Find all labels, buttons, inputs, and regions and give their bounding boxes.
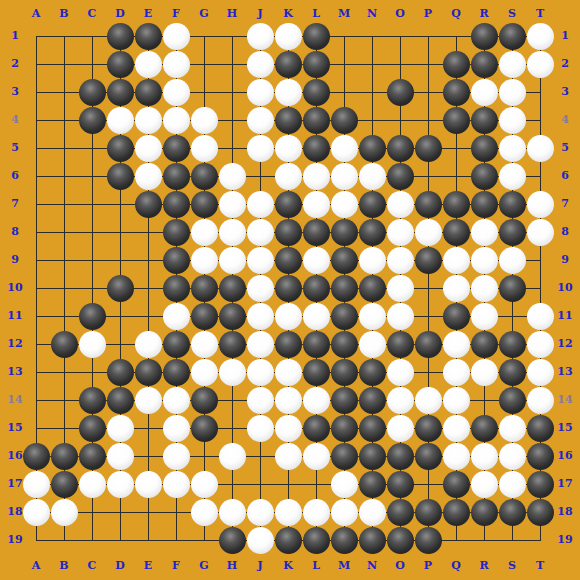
white-stone-F15[interactable]	[163, 415, 190, 442]
white-stone-H6[interactable]	[219, 163, 246, 190]
white-stone-K16[interactable]	[275, 443, 302, 470]
black-stone-S1[interactable]	[499, 23, 526, 50]
white-stone-E5[interactable]	[135, 135, 162, 162]
row-label-right-16: 16	[554, 449, 576, 463]
black-stone-E3[interactable]	[135, 79, 162, 106]
black-stone-N14[interactable]	[359, 387, 386, 414]
column-label-bottom-C: C	[81, 559, 103, 573]
black-stone-F8[interactable]	[163, 219, 190, 246]
white-stone-F14[interactable]	[163, 387, 190, 414]
black-stone-P16[interactable]	[415, 443, 442, 470]
black-stone-D13[interactable]	[107, 359, 134, 386]
white-stone-J19[interactable]	[247, 527, 274, 554]
row-label-left-12: 12	[4, 337, 26, 351]
column-label-top-A: A	[25, 7, 47, 21]
white-stone-D15[interactable]	[107, 415, 134, 442]
white-stone-E2[interactable]	[135, 51, 162, 78]
white-stone-H7[interactable]	[219, 191, 246, 218]
black-stone-K8[interactable]	[275, 219, 302, 246]
row-label-right-12: 12	[554, 337, 576, 351]
black-stone-P19[interactable]	[415, 527, 442, 554]
black-stone-Q18[interactable]	[443, 499, 470, 526]
black-stone-Q4[interactable]	[443, 107, 470, 134]
white-stone-O8[interactable]	[387, 219, 414, 246]
black-stone-Q17[interactable]	[443, 471, 470, 498]
black-stone-L2[interactable]	[303, 51, 330, 78]
row-label-left-9: 9	[4, 253, 26, 267]
black-stone-L4[interactable]	[303, 107, 330, 134]
row-label-right-9: 9	[554, 253, 576, 267]
column-label-top-G: G	[193, 7, 215, 21]
black-stone-F10[interactable]	[163, 275, 190, 302]
row-label-left-8: 8	[4, 225, 26, 239]
white-stone-R3[interactable]	[471, 79, 498, 106]
white-stone-O11[interactable]	[387, 303, 414, 330]
black-stone-E1[interactable]	[135, 23, 162, 50]
white-stone-T7[interactable]	[527, 191, 554, 218]
black-stone-M16[interactable]	[331, 443, 358, 470]
black-stone-M15[interactable]	[331, 415, 358, 442]
black-stone-D10[interactable]	[107, 275, 134, 302]
white-stone-G13[interactable]	[191, 359, 218, 386]
black-stone-D14[interactable]	[107, 387, 134, 414]
white-stone-E14[interactable]	[135, 387, 162, 414]
black-stone-L19[interactable]	[303, 527, 330, 554]
row-label-right-8: 8	[554, 225, 576, 239]
black-stone-O3[interactable]	[387, 79, 414, 106]
black-stone-M11[interactable]	[331, 303, 358, 330]
black-stone-R15[interactable]	[471, 415, 498, 442]
black-stone-P18[interactable]	[415, 499, 442, 526]
white-stone-D16[interactable]	[107, 443, 134, 470]
row-label-right-7: 7	[554, 197, 576, 211]
row-label-left-2: 2	[4, 57, 26, 71]
black-stone-K10[interactable]	[275, 275, 302, 302]
black-stone-T18[interactable]	[527, 499, 554, 526]
black-stone-M14[interactable]	[331, 387, 358, 414]
white-stone-R17[interactable]	[471, 471, 498, 498]
black-stone-N17[interactable]	[359, 471, 386, 498]
white-stone-R8[interactable]	[471, 219, 498, 246]
row-label-left-11: 11	[4, 309, 26, 323]
white-stone-T12[interactable]	[527, 331, 554, 358]
white-stone-G17[interactable]	[191, 471, 218, 498]
black-stone-D2[interactable]	[107, 51, 134, 78]
white-stone-M5[interactable]	[331, 135, 358, 162]
black-stone-E13[interactable]	[135, 359, 162, 386]
white-stone-R11[interactable]	[471, 303, 498, 330]
black-stone-A16[interactable]	[23, 443, 50, 470]
column-label-top-P: P	[417, 7, 439, 21]
white-stone-L18[interactable]	[303, 499, 330, 526]
row-label-right-4: 4	[554, 113, 576, 127]
white-stone-L16[interactable]	[303, 443, 330, 470]
white-stone-R13[interactable]	[471, 359, 498, 386]
row-label-right-1: 1	[554, 29, 576, 43]
white-stone-M17[interactable]	[331, 471, 358, 498]
row-label-left-7: 7	[4, 197, 26, 211]
white-stone-K18[interactable]	[275, 499, 302, 526]
white-stone-S15[interactable]	[499, 415, 526, 442]
black-stone-E7[interactable]	[135, 191, 162, 218]
row-label-left-3: 3	[4, 85, 26, 99]
white-stone-S4[interactable]	[499, 107, 526, 134]
black-stone-C14[interactable]	[79, 387, 106, 414]
white-stone-H16[interactable]	[219, 443, 246, 470]
column-label-bottom-J: J	[249, 559, 271, 573]
black-stone-R6[interactable]	[471, 163, 498, 190]
black-stone-O16[interactable]	[387, 443, 414, 470]
black-stone-D5[interactable]	[107, 135, 134, 162]
column-label-top-C: C	[81, 7, 103, 21]
black-stone-O5[interactable]	[387, 135, 414, 162]
column-label-top-D: D	[109, 7, 131, 21]
black-stone-R1[interactable]	[471, 23, 498, 50]
black-stone-N15[interactable]	[359, 415, 386, 442]
white-stone-E4[interactable]	[135, 107, 162, 134]
white-stone-H8[interactable]	[219, 219, 246, 246]
white-stone-S16[interactable]	[499, 443, 526, 470]
black-stone-T16[interactable]	[527, 443, 554, 470]
white-stone-R16[interactable]	[471, 443, 498, 470]
white-stone-J4[interactable]	[247, 107, 274, 134]
white-stone-G5[interactable]	[191, 135, 218, 162]
white-stone-H9[interactable]	[219, 247, 246, 274]
white-stone-D17[interactable]	[107, 471, 134, 498]
column-label-bottom-A: A	[25, 559, 47, 573]
white-stone-Q9[interactable]	[443, 247, 470, 274]
black-stone-R18[interactable]	[471, 499, 498, 526]
black-stone-G10[interactable]	[191, 275, 218, 302]
black-stone-M19[interactable]	[331, 527, 358, 554]
white-stone-G12[interactable]	[191, 331, 218, 358]
black-stone-R5[interactable]	[471, 135, 498, 162]
white-stone-C17[interactable]	[79, 471, 106, 498]
white-stone-G9[interactable]	[191, 247, 218, 274]
white-stone-A17[interactable]	[23, 471, 50, 498]
black-stone-G6[interactable]	[191, 163, 218, 190]
white-stone-S9[interactable]	[499, 247, 526, 274]
column-label-top-O: O	[389, 7, 411, 21]
row-label-right-3: 3	[554, 85, 576, 99]
black-stone-D3[interactable]	[107, 79, 134, 106]
black-stone-N5[interactable]	[359, 135, 386, 162]
white-stone-F3[interactable]	[163, 79, 190, 106]
black-stone-L3[interactable]	[303, 79, 330, 106]
white-stone-T2[interactable]	[527, 51, 554, 78]
white-stone-D4[interactable]	[107, 107, 134, 134]
white-stone-F2[interactable]	[163, 51, 190, 78]
white-stone-M18[interactable]	[331, 499, 358, 526]
white-stone-H18[interactable]	[219, 499, 246, 526]
black-stone-P5[interactable]	[415, 135, 442, 162]
row-label-right-10: 10	[554, 281, 576, 295]
white-stone-L14[interactable]	[303, 387, 330, 414]
row-label-left-6: 6	[4, 169, 26, 183]
white-stone-S3[interactable]	[499, 79, 526, 106]
white-stone-O13[interactable]	[387, 359, 414, 386]
black-stone-F12[interactable]	[163, 331, 190, 358]
white-stone-Q13[interactable]	[443, 359, 470, 386]
row-label-left-1: 1	[4, 29, 26, 43]
row-label-left-13: 13	[4, 365, 26, 379]
white-stone-Q10[interactable]	[443, 275, 470, 302]
black-stone-N8[interactable]	[359, 219, 386, 246]
black-stone-L10[interactable]	[303, 275, 330, 302]
white-stone-P14[interactable]	[415, 387, 442, 414]
white-stone-E12[interactable]	[135, 331, 162, 358]
black-stone-D1[interactable]	[107, 23, 134, 50]
white-stone-K6[interactable]	[275, 163, 302, 190]
black-stone-H10[interactable]	[219, 275, 246, 302]
white-stone-T14[interactable]	[527, 387, 554, 414]
white-stone-J9[interactable]	[247, 247, 274, 274]
black-stone-B12[interactable]	[51, 331, 78, 358]
black-stone-R7[interactable]	[471, 191, 498, 218]
black-stone-C3[interactable]	[79, 79, 106, 106]
black-stone-C16[interactable]	[79, 443, 106, 470]
column-label-top-L: L	[305, 7, 327, 21]
black-stone-N19[interactable]	[359, 527, 386, 554]
white-stone-F16[interactable]	[163, 443, 190, 470]
white-stone-J15[interactable]	[247, 415, 274, 442]
black-stone-G14[interactable]	[191, 387, 218, 414]
white-stone-R10[interactable]	[471, 275, 498, 302]
white-stone-M6[interactable]	[331, 163, 358, 190]
black-stone-K4[interactable]	[275, 107, 302, 134]
white-stone-L6[interactable]	[303, 163, 330, 190]
white-stone-L11[interactable]	[303, 303, 330, 330]
white-stone-S2[interactable]	[499, 51, 526, 78]
white-stone-J13[interactable]	[247, 359, 274, 386]
white-stone-J12[interactable]	[247, 331, 274, 358]
black-stone-H19[interactable]	[219, 527, 246, 554]
black-stone-C11[interactable]	[79, 303, 106, 330]
black-stone-O6[interactable]	[387, 163, 414, 190]
white-stone-G18[interactable]	[191, 499, 218, 526]
black-stone-S8[interactable]	[499, 219, 526, 246]
black-stone-H12[interactable]	[219, 331, 246, 358]
black-stone-G15[interactable]	[191, 415, 218, 442]
black-stone-B17[interactable]	[51, 471, 78, 498]
white-stone-N11[interactable]	[359, 303, 386, 330]
row-label-left-10: 10	[4, 281, 26, 295]
black-stone-Q2[interactable]	[443, 51, 470, 78]
black-stone-P12[interactable]	[415, 331, 442, 358]
go-board[interactable]: AABBCCDDEEFFGGHHJJKKLLMMNNOOPPQQRRSSTT11…	[0, 0, 580, 580]
black-stone-M9[interactable]	[331, 247, 358, 274]
black-stone-F7[interactable]	[163, 191, 190, 218]
white-stone-F4[interactable]	[163, 107, 190, 134]
white-stone-F1[interactable]	[163, 23, 190, 50]
black-stone-M10[interactable]	[331, 275, 358, 302]
black-stone-P7[interactable]	[415, 191, 442, 218]
white-stone-N18[interactable]	[359, 499, 386, 526]
column-label-top-T: T	[529, 7, 551, 21]
white-stone-J1[interactable]	[247, 23, 274, 50]
black-stone-Q8[interactable]	[443, 219, 470, 246]
white-stone-K1[interactable]	[275, 23, 302, 50]
black-stone-L8[interactable]	[303, 219, 330, 246]
white-stone-M7[interactable]	[331, 191, 358, 218]
black-stone-K7[interactable]	[275, 191, 302, 218]
column-label-top-K: K	[277, 7, 299, 21]
black-stone-C15[interactable]	[79, 415, 106, 442]
white-stone-N9[interactable]	[359, 247, 386, 274]
white-stone-L7[interactable]	[303, 191, 330, 218]
white-stone-J5[interactable]	[247, 135, 274, 162]
black-stone-N10[interactable]	[359, 275, 386, 302]
black-stone-L12[interactable]	[303, 331, 330, 358]
white-stone-K3[interactable]	[275, 79, 302, 106]
black-stone-S18[interactable]	[499, 499, 526, 526]
white-stone-A18[interactable]	[23, 499, 50, 526]
black-stone-N7[interactable]	[359, 191, 386, 218]
white-stone-G4[interactable]	[191, 107, 218, 134]
white-stone-T11[interactable]	[527, 303, 554, 330]
black-stone-G11[interactable]	[191, 303, 218, 330]
black-stone-S12[interactable]	[499, 331, 526, 358]
black-stone-F5[interactable]	[163, 135, 190, 162]
white-stone-E17[interactable]	[135, 471, 162, 498]
column-label-bottom-Q: Q	[445, 559, 467, 573]
white-stone-O15[interactable]	[387, 415, 414, 442]
black-stone-G7[interactable]	[191, 191, 218, 218]
column-label-bottom-N: N	[361, 559, 383, 573]
black-stone-K9[interactable]	[275, 247, 302, 274]
black-stone-S7[interactable]	[499, 191, 526, 218]
white-stone-T8[interactable]	[527, 219, 554, 246]
white-stone-J10[interactable]	[247, 275, 274, 302]
row-label-right-5: 5	[554, 141, 576, 155]
black-stone-R12[interactable]	[471, 331, 498, 358]
white-stone-T5[interactable]	[527, 135, 554, 162]
black-stone-L5[interactable]	[303, 135, 330, 162]
black-stone-Q11[interactable]	[443, 303, 470, 330]
white-stone-G8[interactable]	[191, 219, 218, 246]
black-stone-O19[interactable]	[387, 527, 414, 554]
white-stone-H13[interactable]	[219, 359, 246, 386]
white-stone-K15[interactable]	[275, 415, 302, 442]
white-stone-S5[interactable]	[499, 135, 526, 162]
row-label-right-18: 18	[554, 505, 576, 519]
black-stone-M8[interactable]	[331, 219, 358, 246]
white-stone-E6[interactable]	[135, 163, 162, 190]
black-stone-M4[interactable]	[331, 107, 358, 134]
white-stone-N6[interactable]	[359, 163, 386, 190]
column-label-bottom-R: R	[473, 559, 495, 573]
white-stone-J8[interactable]	[247, 219, 274, 246]
white-stone-J2[interactable]	[247, 51, 274, 78]
black-stone-C4[interactable]	[79, 107, 106, 134]
white-stone-R9[interactable]	[471, 247, 498, 274]
white-stone-O10[interactable]	[387, 275, 414, 302]
black-stone-K12[interactable]	[275, 331, 302, 358]
black-stone-S10[interactable]	[499, 275, 526, 302]
white-stone-Q16[interactable]	[443, 443, 470, 470]
black-stone-K19[interactable]	[275, 527, 302, 554]
black-stone-T17[interactable]	[527, 471, 554, 498]
black-stone-F9[interactable]	[163, 247, 190, 274]
black-stone-F13[interactable]	[163, 359, 190, 386]
white-stone-Q14[interactable]	[443, 387, 470, 414]
white-stone-J18[interactable]	[247, 499, 274, 526]
white-stone-L9[interactable]	[303, 247, 330, 274]
black-stone-P9[interactable]	[415, 247, 442, 274]
black-stone-B16[interactable]	[51, 443, 78, 470]
black-stone-O12[interactable]	[387, 331, 414, 358]
white-stone-J7[interactable]	[247, 191, 274, 218]
white-stone-Q12[interactable]	[443, 331, 470, 358]
white-stone-O14[interactable]	[387, 387, 414, 414]
black-stone-M13[interactable]	[331, 359, 358, 386]
white-stone-K13[interactable]	[275, 359, 302, 386]
row-label-right-2: 2	[554, 57, 576, 71]
white-stone-P8[interactable]	[415, 219, 442, 246]
black-stone-O18[interactable]	[387, 499, 414, 526]
row-label-right-13: 13	[554, 365, 576, 379]
black-stone-K2[interactable]	[275, 51, 302, 78]
black-stone-N13[interactable]	[359, 359, 386, 386]
black-stone-M12[interactable]	[331, 331, 358, 358]
column-label-top-S: S	[501, 7, 523, 21]
white-stone-K5[interactable]	[275, 135, 302, 162]
column-label-top-R: R	[473, 7, 495, 21]
white-stone-T1[interactable]	[527, 23, 554, 50]
black-stone-R2[interactable]	[471, 51, 498, 78]
column-label-top-J: J	[249, 7, 271, 21]
black-stone-O17[interactable]	[387, 471, 414, 498]
black-stone-H11[interactable]	[219, 303, 246, 330]
white-stone-N12[interactable]	[359, 331, 386, 358]
white-stone-S6[interactable]	[499, 163, 526, 190]
white-stone-F17[interactable]	[163, 471, 190, 498]
white-stone-C12[interactable]	[79, 331, 106, 358]
column-label-bottom-M: M	[333, 559, 355, 573]
white-stone-O7[interactable]	[387, 191, 414, 218]
black-stone-R4[interactable]	[471, 107, 498, 134]
black-stone-N16[interactable]	[359, 443, 386, 470]
column-label-bottom-G: G	[193, 559, 215, 573]
black-stone-L1[interactable]	[303, 23, 330, 50]
black-stone-L15[interactable]	[303, 415, 330, 442]
black-stone-Q3[interactable]	[443, 79, 470, 106]
white-stone-S17[interactable]	[499, 471, 526, 498]
black-stone-D6[interactable]	[107, 163, 134, 190]
column-label-top-B: B	[53, 7, 75, 21]
white-stone-K14[interactable]	[275, 387, 302, 414]
white-stone-J14[interactable]	[247, 387, 274, 414]
black-stone-P15[interactable]	[415, 415, 442, 442]
white-stone-J11[interactable]	[247, 303, 274, 330]
black-stone-Q7[interactable]	[443, 191, 470, 218]
column-label-bottom-O: O	[389, 559, 411, 573]
black-stone-L13[interactable]	[303, 359, 330, 386]
black-stone-F6[interactable]	[163, 163, 190, 190]
black-stone-S14[interactable]	[499, 387, 526, 414]
black-stone-S13[interactable]	[499, 359, 526, 386]
white-stone-K11[interactable]	[275, 303, 302, 330]
white-stone-J3[interactable]	[247, 79, 274, 106]
white-stone-B18[interactable]	[51, 499, 78, 526]
white-stone-Q15[interactable]	[443, 415, 470, 442]
white-stone-O9[interactable]	[387, 247, 414, 274]
column-label-bottom-P: P	[417, 559, 439, 573]
white-stone-T13[interactable]	[527, 359, 554, 386]
white-stone-F11[interactable]	[163, 303, 190, 330]
black-stone-T15[interactable]	[527, 415, 554, 442]
column-label-bottom-K: K	[277, 559, 299, 573]
